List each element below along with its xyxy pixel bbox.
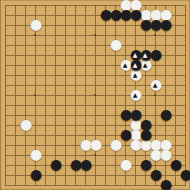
star-point — [154, 154, 156, 156]
star-point — [94, 94, 96, 96]
star-point — [34, 94, 36, 96]
star-point — [34, 34, 36, 36]
star-point — [154, 94, 156, 96]
star-point — [34, 154, 36, 156]
go-board[interactable]: ●●●●●●●●▲●▲●▲●▲●▲●●●●●●●●●●●●●●●●●●●●●●▲… — [0, 0, 190, 190]
star-point — [94, 154, 96, 156]
star-point — [154, 34, 156, 36]
star-point — [94, 34, 96, 36]
